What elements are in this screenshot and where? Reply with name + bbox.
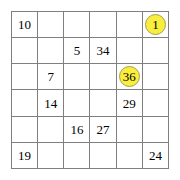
grid-cell-r2c1[interactable] xyxy=(12,38,37,63)
grid-cell-r4c4[interactable] xyxy=(90,90,115,115)
hidato-board: 101534736142916271924 xyxy=(11,11,169,169)
grid-cell-r5c6[interactable] xyxy=(143,117,168,142)
given-number: 36 xyxy=(123,70,136,83)
grid-cell-r2c5[interactable] xyxy=(117,38,142,63)
grid-cell-r3c1[interactable] xyxy=(12,64,37,89)
grid-cell-r4c1[interactable] xyxy=(12,90,37,115)
endpoint-circle: 36 xyxy=(119,66,140,87)
grid-cell-r3c5: 36 xyxy=(117,64,142,89)
given-number: 10 xyxy=(18,18,31,31)
grid-cell-r5c4: 27 xyxy=(90,117,115,142)
grid-cell-r5c5[interactable] xyxy=(117,117,142,142)
grid-cell-r3c6[interactable] xyxy=(143,64,168,89)
grid-cell-r2c3: 5 xyxy=(64,38,89,63)
given-number: 19 xyxy=(18,149,31,162)
grid-cell-r4c5: 29 xyxy=(117,90,142,115)
grid-cell-r5c2[interactable] xyxy=(38,117,63,142)
grid-cell-r1c1: 10 xyxy=(12,12,37,37)
grid-cell-r5c1[interactable] xyxy=(12,117,37,142)
given-number: 24 xyxy=(149,149,162,162)
given-number: 16 xyxy=(70,123,83,136)
grid-cell-r6c5[interactable] xyxy=(117,143,142,168)
grid-cell-r1c3[interactable] xyxy=(64,12,89,37)
grid-cell-r4c3[interactable] xyxy=(64,90,89,115)
puzzle-page: 101534736142916271924 xyxy=(0,0,180,180)
given-number: 7 xyxy=(47,70,54,83)
given-number: 1 xyxy=(152,18,159,31)
grid-cell-r3c4[interactable] xyxy=(90,64,115,89)
grid-cell-r1c5[interactable] xyxy=(117,12,142,37)
grid-cell-r5c3: 16 xyxy=(64,117,89,142)
grid-cell-r6c2[interactable] xyxy=(38,143,63,168)
given-number: 34 xyxy=(97,44,110,57)
grid-cell-r4c2: 14 xyxy=(38,90,63,115)
grid-cell-r2c6[interactable] xyxy=(143,38,168,63)
grid-cell-r6c3[interactable] xyxy=(64,143,89,168)
grid-cell-r6c1: 19 xyxy=(12,143,37,168)
grid-cell-r1c6: 1 xyxy=(143,12,168,37)
grid-cell-r2c2[interactable] xyxy=(38,38,63,63)
grid-cell-r6c6: 24 xyxy=(143,143,168,168)
grid-cell-r1c2[interactable] xyxy=(38,12,63,37)
grid-cell-r1c4[interactable] xyxy=(90,12,115,37)
grid-cell-r3c3[interactable] xyxy=(64,64,89,89)
given-number: 5 xyxy=(74,44,81,57)
given-number: 29 xyxy=(123,97,136,110)
grid-cell-r2c4: 34 xyxy=(90,38,115,63)
grid-cell-r4c6[interactable] xyxy=(143,90,168,115)
endpoint-circle: 1 xyxy=(145,14,166,35)
grid-cell-r6c4[interactable] xyxy=(90,143,115,168)
grid-cell-r3c2: 7 xyxy=(38,64,63,89)
given-number: 14 xyxy=(44,97,57,110)
given-number: 27 xyxy=(97,123,110,136)
